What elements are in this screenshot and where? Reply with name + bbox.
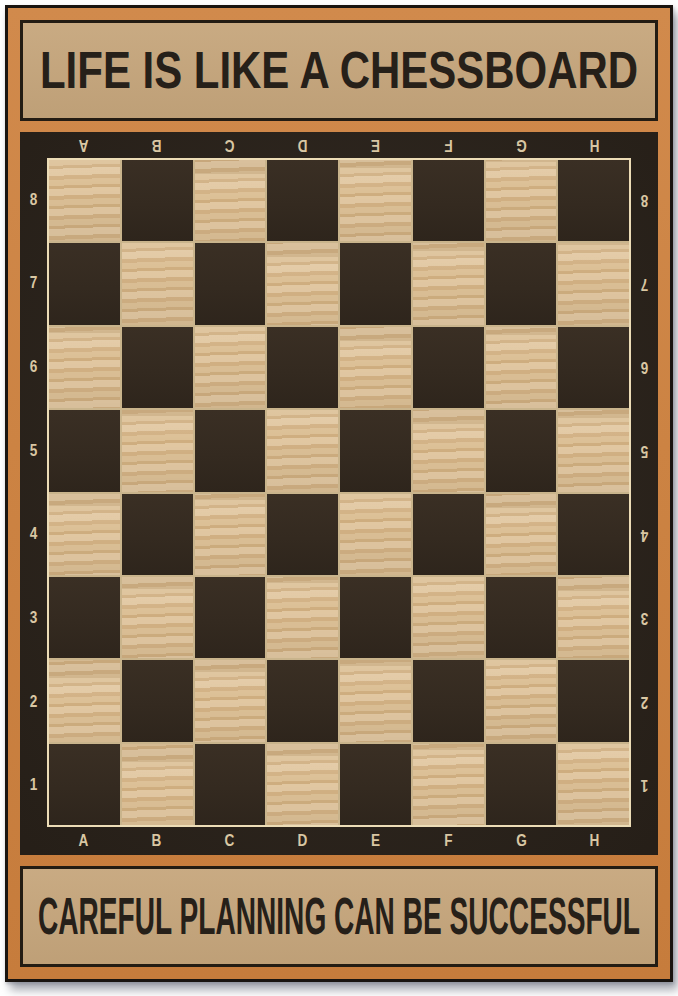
square-h4 xyxy=(558,494,629,575)
square-c4 xyxy=(195,494,266,575)
square-g4 xyxy=(486,494,557,575)
square-a8 xyxy=(49,160,120,241)
file-labels-bottom: ABCDEFGH xyxy=(47,827,631,855)
square-b8 xyxy=(122,160,193,241)
file-label-bottom-d: D xyxy=(271,827,333,855)
file-label-top-d: D xyxy=(271,132,333,158)
square-h5 xyxy=(558,410,629,491)
square-b4 xyxy=(122,494,193,575)
square-h3 xyxy=(558,577,629,658)
square-a3 xyxy=(49,577,120,658)
square-f5 xyxy=(413,410,484,491)
chess-poster: LIFE IS LIKE A CHESSBOARD ABCDEFGH 87654… xyxy=(5,5,673,982)
square-d8 xyxy=(267,160,338,241)
square-e6 xyxy=(340,327,411,408)
square-d4 xyxy=(267,494,338,575)
file-label-bottom-b: B xyxy=(125,827,187,855)
square-g5 xyxy=(486,410,557,491)
square-f6 xyxy=(413,327,484,408)
square-h7 xyxy=(558,243,629,324)
rank-label-left-7: 7 xyxy=(22,242,45,326)
file-label-bottom-c: C xyxy=(198,827,260,855)
square-h6 xyxy=(558,327,629,408)
square-a5 xyxy=(49,410,120,491)
bottom-banner: CAREFUL PLANNING CAN BE SUCCESSFUL xyxy=(20,866,658,967)
square-a4 xyxy=(49,494,120,575)
rank-label-right-3: 3 xyxy=(633,576,656,660)
square-h2 xyxy=(558,660,629,741)
square-g2 xyxy=(486,660,557,741)
square-e7 xyxy=(340,243,411,324)
rank-label-left-5: 5 xyxy=(22,409,45,493)
square-f1 xyxy=(413,744,484,825)
rank-label-right-1: 1 xyxy=(633,743,656,827)
bottom-banner-text-svg: CAREFUL PLANNING CAN BE SUCCESSFUL xyxy=(23,869,655,964)
square-h1 xyxy=(558,744,629,825)
file-label-bottom-h: H xyxy=(563,827,625,855)
file-label-top-g: G xyxy=(490,132,552,158)
square-f8 xyxy=(413,160,484,241)
square-b5 xyxy=(122,410,193,491)
square-d7 xyxy=(267,243,338,324)
square-a2 xyxy=(49,660,120,741)
square-g8 xyxy=(486,160,557,241)
square-c2 xyxy=(195,660,266,741)
rank-label-left-6: 6 xyxy=(22,325,45,409)
file-labels-top: ABCDEFGH xyxy=(47,132,631,158)
rank-label-right-7: 7 xyxy=(633,242,656,326)
square-e1 xyxy=(340,744,411,825)
square-f3 xyxy=(413,577,484,658)
rank-label-right-2: 2 xyxy=(633,660,656,744)
square-d3 xyxy=(267,577,338,658)
bottom-title: CAREFUL PLANNING CAN BE SUCCESSFUL xyxy=(38,887,640,945)
playing-area xyxy=(47,158,631,827)
file-label-top-b: B xyxy=(125,132,187,158)
square-b2 xyxy=(122,660,193,741)
square-e4 xyxy=(340,494,411,575)
square-g1 xyxy=(486,744,557,825)
top-banner-text-svg: LIFE IS LIKE A CHESSBOARD xyxy=(23,23,655,118)
rank-labels-right: 87654321 xyxy=(631,158,658,827)
square-d5 xyxy=(267,410,338,491)
square-c7 xyxy=(195,243,266,324)
square-d2 xyxy=(267,660,338,741)
square-e5 xyxy=(340,410,411,491)
rank-label-right-6: 6 xyxy=(633,325,656,409)
square-f4 xyxy=(413,494,484,575)
file-label-top-c: C xyxy=(198,132,260,158)
chessboard: ABCDEFGH 87654321 87654321 ABCDEFGH xyxy=(20,132,658,855)
rank-label-right-8: 8 xyxy=(633,158,656,242)
file-label-top-h: H xyxy=(563,132,625,158)
square-g7 xyxy=(486,243,557,324)
rank-label-right-5: 5 xyxy=(633,409,656,493)
square-c1 xyxy=(195,744,266,825)
square-f7 xyxy=(413,243,484,324)
square-e8 xyxy=(340,160,411,241)
square-b1 xyxy=(122,744,193,825)
rank-labels-left: 87654321 xyxy=(20,158,47,827)
file-label-top-a: A xyxy=(52,132,114,158)
square-b6 xyxy=(122,327,193,408)
top-banner: LIFE IS LIKE A CHESSBOARD xyxy=(20,20,658,121)
square-f2 xyxy=(413,660,484,741)
square-b7 xyxy=(122,243,193,324)
file-label-bottom-f: F xyxy=(417,827,479,855)
square-c3 xyxy=(195,577,266,658)
square-c6 xyxy=(195,327,266,408)
rank-label-left-1: 1 xyxy=(22,743,45,827)
rank-label-left-4: 4 xyxy=(22,493,45,577)
square-d1 xyxy=(267,744,338,825)
file-label-bottom-g: G xyxy=(490,827,552,855)
square-g6 xyxy=(486,327,557,408)
square-e3 xyxy=(340,577,411,658)
rank-label-left-2: 2 xyxy=(22,660,45,744)
file-label-top-f: F xyxy=(417,132,479,158)
square-a7 xyxy=(49,243,120,324)
square-a6 xyxy=(49,327,120,408)
square-d6 xyxy=(267,327,338,408)
square-b3 xyxy=(122,577,193,658)
file-label-bottom-e: E xyxy=(344,827,406,855)
square-a1 xyxy=(49,744,120,825)
rank-label-right-4: 4 xyxy=(633,493,656,577)
square-c5 xyxy=(195,410,266,491)
rank-label-left-8: 8 xyxy=(22,158,45,242)
top-title: LIFE IS LIKE A CHESSBOARD xyxy=(40,41,638,99)
square-e2 xyxy=(340,660,411,741)
file-label-bottom-a: A xyxy=(52,827,114,855)
rank-label-left-3: 3 xyxy=(22,576,45,660)
file-label-top-e: E xyxy=(344,132,406,158)
square-h8 xyxy=(558,160,629,241)
square-g3 xyxy=(486,577,557,658)
square-c8 xyxy=(195,160,266,241)
